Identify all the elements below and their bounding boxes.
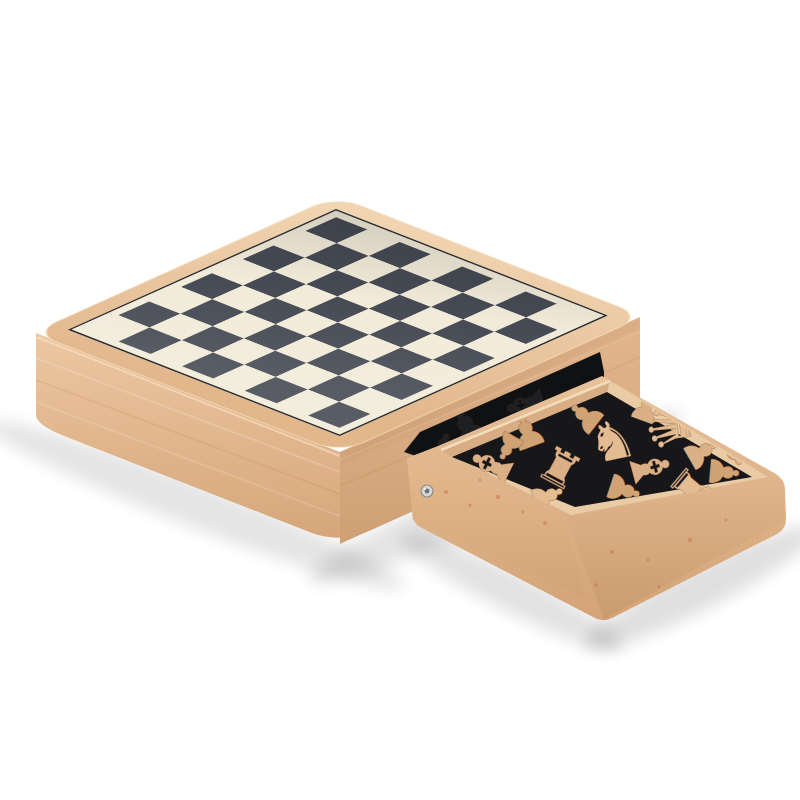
product-photo-stage: ♟♝♟ <box>0 0 800 800</box>
drawer: ♝♟♜♞♟♝♟♛♟♟♜♟♟♟♝ <box>407 376 786 620</box>
scene-over: ♝♟♜♞♟♝♟♛♟♟♜♟♟♟♝ <box>0 0 800 800</box>
drawer-screw-icon <box>421 485 433 497</box>
